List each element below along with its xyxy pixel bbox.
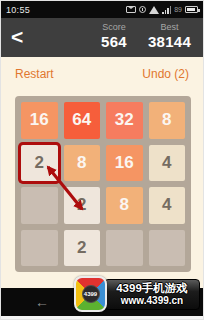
back-button[interactable]: < (11, 23, 23, 51)
clock: 10:55 (6, 5, 30, 15)
best-value: 38144 (142, 33, 197, 50)
cell-r1c3: 32 (106, 102, 143, 139)
message-icon (126, 6, 136, 13)
cell-r1c2: 64 (64, 102, 101, 139)
cell-r3c3: 8 (106, 187, 143, 224)
signal-icon (162, 6, 171, 14)
score-value: 564 (89, 33, 139, 50)
best-label: Best (142, 22, 197, 32)
alarm-icon (139, 6, 146, 13)
battery-icon (185, 6, 198, 13)
cell-r4c3 (106, 230, 143, 267)
cell-r4c1 (21, 230, 58, 267)
score-label: Score (89, 22, 139, 32)
best-box: Best 38144 (142, 22, 197, 50)
cell-r4c2: 2 (64, 230, 101, 267)
status-icons: 89 (126, 6, 198, 14)
bottom-edge-strip (1, 316, 203, 319)
cell-r4c4 (149, 230, 186, 267)
cell-r2c1: 2 (21, 145, 58, 182)
battery-percent: 89 (174, 6, 182, 13)
cell-r1c4: 8 (149, 102, 186, 139)
cell-r3c4: 4 (149, 187, 186, 224)
4399-app-icon[interactable]: 4399 (74, 276, 107, 312)
undo-button[interactable]: Undo (2) (142, 67, 189, 81)
game-board[interactable]: 1664328281642842 (15, 96, 191, 272)
cell-r2c2: 8 (64, 145, 101, 182)
score-box: Score 564 (89, 22, 139, 50)
cell-r2c3: 16 (106, 145, 143, 182)
ad-banner[interactable]: 4399 4399手机游戏 www.4399.cn (74, 276, 200, 312)
cell-r3c2: 2 (64, 187, 101, 224)
nav-back-icon[interactable]: ← (35, 294, 49, 310)
4399-icon-label: 4399 (82, 285, 100, 303)
ad-banner-url: www.4399.cn (121, 295, 183, 307)
game-controls: Restart Undo (2) (15, 67, 189, 81)
cell-r1c1: 16 (21, 102, 58, 139)
status-bar: 10:55 89 (1, 1, 203, 18)
ad-banner-title: 4399手机游戏 (116, 282, 188, 295)
cell-r2c4: 4 (149, 145, 186, 182)
wifi-icon (149, 6, 159, 14)
cell-r3c1 (21, 187, 58, 224)
ad-banner-text[interactable]: 4399手机游戏 www.4399.cn (104, 279, 200, 310)
phone-screen: 10:55 89 < Score 564 Best 38144 Restart … (0, 0, 204, 320)
header: < Score 564 Best 38144 (1, 18, 203, 57)
restart-button[interactable]: Restart (15, 67, 54, 81)
